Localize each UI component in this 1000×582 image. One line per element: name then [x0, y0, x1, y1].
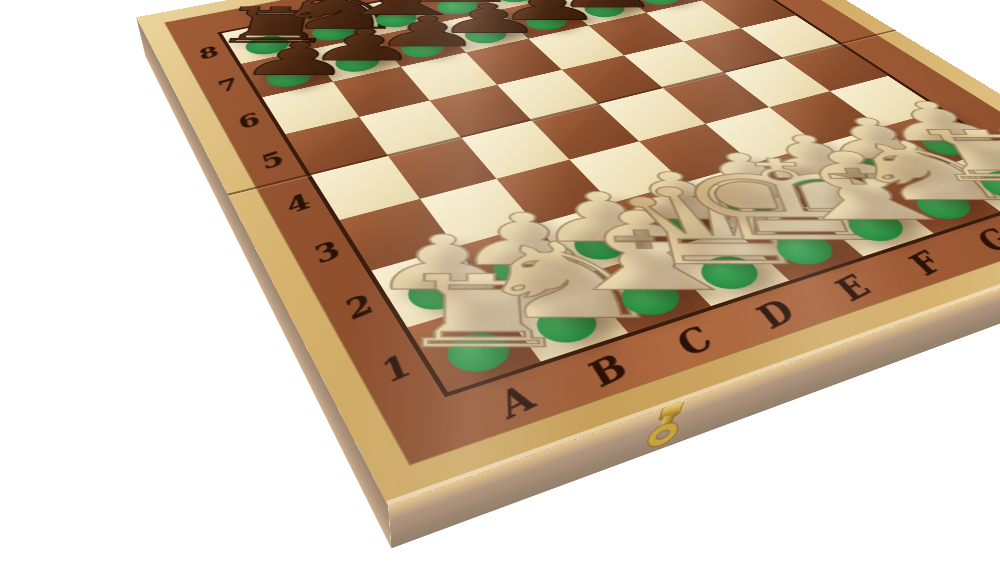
chess-board: 12345678ABCDEFGH ♜♞♝♛♚♝♞♜♟♟♟♟♟♟♟♟♟♟♟♟♟♟♟…: [136, 0, 1000, 506]
brass-clasp-ring: [646, 420, 681, 449]
chess-set-photo: 12345678ABCDEFGH ♜♞♝♛♚♝♞♜♟♟♟♟♟♟♟♟♟♟♟♟♟♟♟…: [0, 0, 1000, 582]
pieces-layer: ♜♞♝♛♚♝♞♜♟♟♟♟♟♟♟♟♟♟♟♟♟♟♟♟♜♞♝♛♚♝♞♜: [136, 0, 699, 17]
black-pawn-icon: ♟: [183, 38, 404, 81]
white-rook-icon: ♜: [333, 266, 636, 361]
